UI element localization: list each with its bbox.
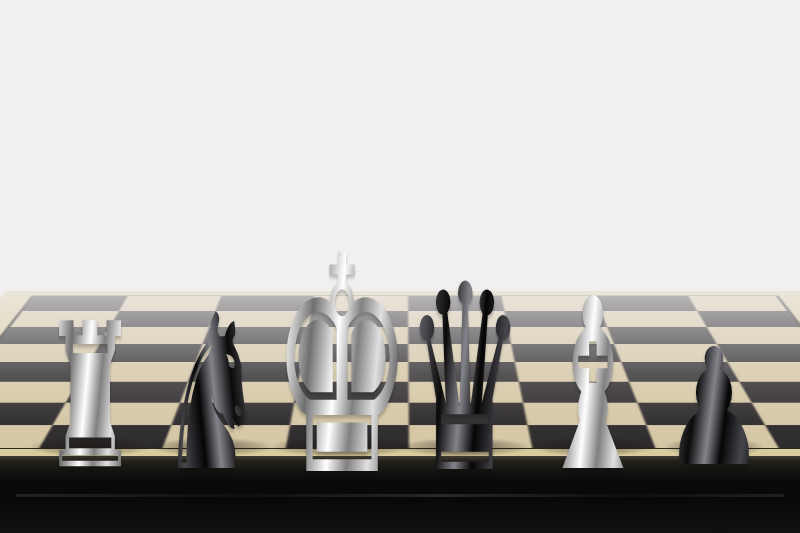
piece-silver-king[interactable]: ♚ xyxy=(271,218,414,518)
piece-silver-rook[interactable]: ♜ xyxy=(41,297,140,497)
piece-black-queen[interactable]: ♛ xyxy=(405,251,525,509)
chess-photo-scene: ♜ ♞ ♚ ♛ ♝ ♟ ♜ ♞ ♚ ♛ ♝ ♟ xyxy=(0,0,800,533)
piece-silver-bishop[interactable]: ♝ xyxy=(535,268,652,505)
piece-black-pawn[interactable]: ♟ xyxy=(662,327,767,489)
piece-black-knight[interactable]: ♞ xyxy=(158,286,266,501)
